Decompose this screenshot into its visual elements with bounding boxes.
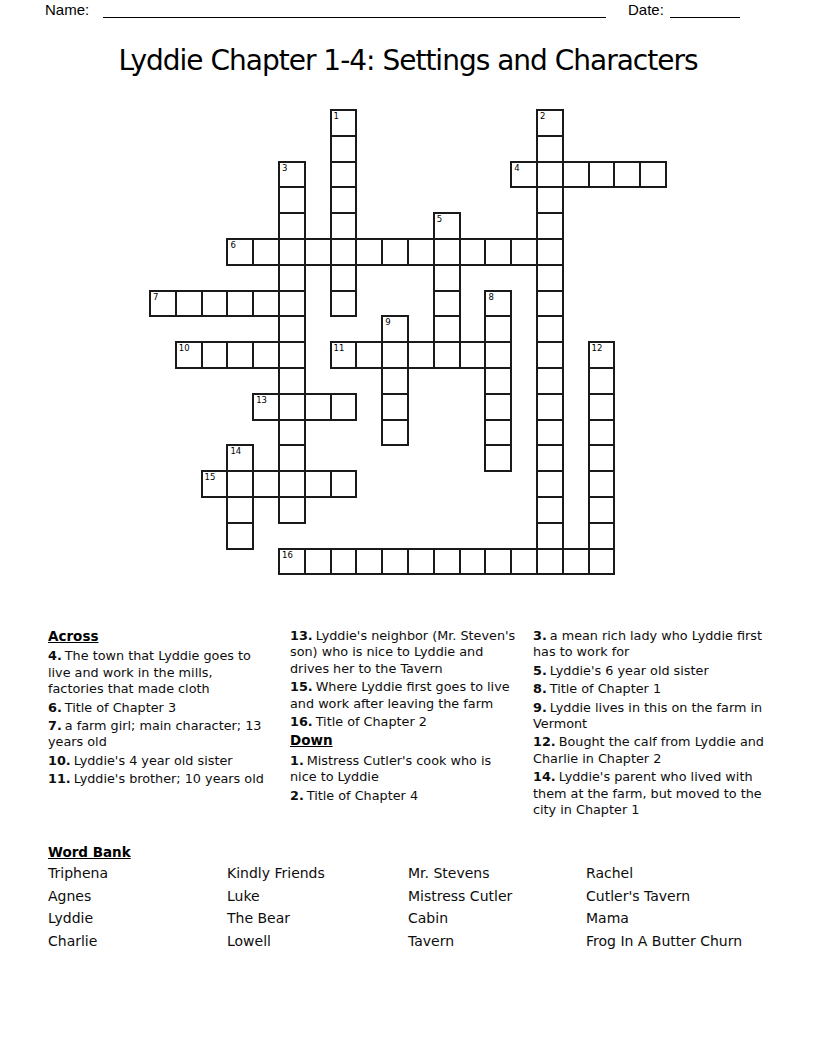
- cell-number-12: 12: [592, 343, 603, 353]
- grid-cell-r5c11[interactable]: [433, 238, 461, 266]
- grid-cell-r5c13[interactable]: [484, 238, 512, 266]
- word-bank-item: Lowell: [227, 930, 408, 953]
- grid-cell-r5c7[interactable]: [330, 238, 358, 266]
- grid-cell-r10c13[interactable]: [484, 367, 512, 395]
- puzzle-title: Lyddie Chapter 1-4: Settings and Charact…: [0, 44, 816, 77]
- name-label: Name:: [45, 1, 89, 18]
- word-bank-item: Tavern: [408, 930, 586, 953]
- word-bank-item: Mistress Cutler: [408, 885, 586, 908]
- grid-cell-r8c13[interactable]: [484, 315, 512, 343]
- grid-cell-r7c13[interactable]: 8: [484, 290, 512, 318]
- grid-cell-r15c5[interactable]: [278, 496, 306, 524]
- clue-number: 8.: [533, 681, 547, 696]
- grid-cell-r9c12[interactable]: [459, 341, 487, 369]
- grid-cell-r17c8[interactable]: [355, 548, 383, 576]
- grid-cell-r17c7[interactable]: [330, 548, 358, 576]
- grid-cell-r17c15[interactable]: [536, 548, 564, 576]
- word-bank-item: Cutler's Tavern: [586, 885, 770, 908]
- clues-column-1: Across 4.The town that Lyddie goes to li…: [48, 628, 264, 790]
- grid-cell-r9c3[interactable]: [226, 341, 254, 369]
- clue-across-7: 7.a farm girl; main character; 13 years …: [48, 718, 264, 751]
- clue-down-8: 8.Title of Chapter 1: [533, 681, 770, 697]
- grid-cell-r7c7[interactable]: [330, 290, 358, 318]
- clue-down-1: 1.Mistress Cutler's cook who is nice to …: [290, 753, 516, 786]
- cell-number-14: 14: [230, 446, 241, 456]
- grid-cell-r17c11[interactable]: [433, 548, 461, 576]
- clue-text: Title of Chapter 2: [316, 714, 427, 729]
- clue-text: Lyddie's parent who lived with them at t…: [533, 769, 762, 817]
- grid-cell-r2c14[interactable]: 4: [510, 161, 538, 189]
- crossword-grid: 12345678910111213141516: [149, 109, 670, 578]
- grid-cell-r3c15[interactable]: [536, 186, 564, 214]
- grid-cell-r2c17[interactable]: [588, 161, 616, 189]
- clue-text: Title of Chapter 3: [65, 700, 176, 715]
- clue-across-13: 13.Lyddie's neighbor (Mr. Steven's son) …: [290, 628, 516, 677]
- word-bank-item: Charlie: [48, 930, 227, 953]
- clue-down-3: 3.a mean rich lady who Lyddie first has …: [533, 628, 770, 661]
- grid-cell-r1c7[interactable]: [330, 135, 358, 163]
- clue-text: Lyddie's 4 year old sister: [74, 753, 233, 768]
- grid-cell-r4c11[interactable]: 5: [433, 212, 461, 240]
- grid-cell-r5c6[interactable]: [304, 238, 332, 266]
- clue-across-16: 16.Title of Chapter 2: [290, 714, 516, 730]
- grid-cell-r2c19[interactable]: [639, 161, 667, 189]
- grid-cell-r6c11[interactable]: [433, 264, 461, 292]
- grid-cell-r12c15[interactable]: [536, 419, 564, 447]
- across-heading: Across: [48, 628, 264, 644]
- clue-across-15: 15.Where Lyddie first goes to live and w…: [290, 679, 516, 712]
- date-label: Date:: [628, 1, 664, 18]
- grid-cell-r2c5[interactable]: 3: [278, 161, 306, 189]
- grid-cell-r12c13[interactable]: [484, 419, 512, 447]
- grid-cell-r16c17[interactable]: [588, 522, 616, 550]
- grid-cell-r11c7[interactable]: [330, 393, 358, 421]
- clue-text: Lyddie's neighbor (Mr. Steven's son) who…: [290, 628, 515, 676]
- clue-down-14: 14.Lyddie's parent who lived with them a…: [533, 769, 770, 818]
- grid-cell-r6c7[interactable]: [330, 264, 358, 292]
- word-bank-item: Cabin: [408, 907, 586, 930]
- clue-across-4: 4.The town that Lyddie goes to live and …: [48, 648, 264, 697]
- grid-cell-r14c3[interactable]: [226, 470, 254, 498]
- grid-cell-r14c7[interactable]: [330, 470, 358, 498]
- grid-cell-r8c11[interactable]: [433, 315, 461, 343]
- grid-cell-r4c5[interactable]: [278, 212, 306, 240]
- clue-text: Bought the calf from Lyddie and Charlie …: [533, 734, 764, 765]
- grid-cell-r5c10[interactable]: [407, 238, 435, 266]
- grid-cell-r9c11[interactable]: [433, 341, 461, 369]
- grid-cell-r10c5[interactable]: [278, 367, 306, 395]
- grid-cell-r11c13[interactable]: [484, 393, 512, 421]
- grid-cell-r7c3[interactable]: [226, 290, 254, 318]
- clue-down-12: 12.Bought the calf from Lyddie and Charl…: [533, 734, 770, 767]
- word-bank-item: The Bear: [227, 907, 408, 930]
- cell-number-4: 4: [514, 163, 519, 173]
- grid-cell-r5c4[interactable]: [252, 238, 280, 266]
- clue-number: 16.: [290, 714, 313, 729]
- clues-column-2: 13.Lyddie's neighbor (Mr. Steven's son) …: [290, 628, 516, 806]
- clue-text: Lyddie's brother; 10 years old: [74, 771, 264, 786]
- grid-cell-r17c14[interactable]: [510, 548, 538, 576]
- grid-cell-r17c13[interactable]: [484, 548, 512, 576]
- grid-cell-r12c17[interactable]: [588, 419, 616, 447]
- grid-cell-r14c15[interactable]: [536, 470, 564, 498]
- grid-cell-r9c8[interactable]: [355, 341, 383, 369]
- grid-cell-r8c15[interactable]: [536, 315, 564, 343]
- grid-cell-r9c17[interactable]: 12: [588, 341, 616, 369]
- grid-cell-r2c7[interactable]: [330, 161, 358, 189]
- clue-number: 1.: [290, 753, 304, 768]
- grid-cell-r9c1[interactable]: 10: [175, 341, 203, 369]
- cell-number-8: 8: [488, 292, 493, 302]
- grid-cell-r12c9[interactable]: [381, 419, 409, 447]
- grid-cell-r6c15[interactable]: [536, 264, 564, 292]
- grid-cell-r17c10[interactable]: [407, 548, 435, 576]
- clue-number: 7.: [48, 718, 62, 733]
- grid-cell-r6c5[interactable]: [278, 264, 306, 292]
- clue-text: a farm girl; main character; 13 years ol…: [48, 718, 261, 749]
- grid-cell-r17c17[interactable]: [588, 548, 616, 576]
- word-bank-item: Agnes: [48, 885, 227, 908]
- word-bank-item: Frog In A Butter Churn: [586, 930, 770, 953]
- grid-cell-r14c17[interactable]: [588, 470, 616, 498]
- grid-cell-r13c3[interactable]: 14: [226, 444, 254, 472]
- grid-cell-r0c15[interactable]: 2: [536, 109, 564, 137]
- grid-cell-r11c17[interactable]: [588, 393, 616, 421]
- name-blank-line[interactable]: [103, 1, 606, 18]
- clues-column-3: 3.a mean rich lady who Lyddie first has …: [533, 628, 770, 820]
- clue-number: 10.: [48, 753, 71, 768]
- grid-cell-r10c17[interactable]: [588, 367, 616, 395]
- cell-number-15: 15: [205, 472, 216, 482]
- clue-number: 2.: [290, 788, 304, 803]
- clue-across-10: 10.Lyddie's 4 year old sister: [48, 753, 264, 769]
- grid-cell-r9c5[interactable]: [278, 341, 306, 369]
- cell-number-9: 9: [385, 317, 390, 327]
- clue-number: 4.: [48, 648, 62, 663]
- grid-cell-r9c13[interactable]: [484, 341, 512, 369]
- grid-cell-r7c15[interactable]: [536, 290, 564, 318]
- grid-cell-r4c7[interactable]: [330, 212, 358, 240]
- cell-number-11: 11: [334, 343, 345, 353]
- clue-text: The town that Lyddie goes to live and wo…: [48, 648, 251, 696]
- down-heading: Down: [290, 732, 516, 748]
- grid-cell-r7c5[interactable]: [278, 290, 306, 318]
- grid-cell-r2c16[interactable]: [562, 161, 590, 189]
- grid-cell-r17c5[interactable]: 16: [278, 548, 306, 576]
- word-bank-item: Triphena: [48, 862, 227, 885]
- grid-cell-r5c15[interactable]: [536, 238, 564, 266]
- grid-cell-r7c11[interactable]: [433, 290, 461, 318]
- word-bank-item: Rachel: [586, 862, 770, 885]
- clue-number: 6.: [48, 700, 62, 715]
- clue-across-11: 11.Lyddie's brother; 10 years old: [48, 771, 264, 787]
- clue-number: 12.: [533, 734, 556, 749]
- clue-down-9: 9.Lyddie lives in this on the farm in Ve…: [533, 700, 770, 733]
- grid-cell-r7c0[interactable]: 7: [149, 290, 177, 318]
- grid-cell-r14c2[interactable]: 15: [201, 470, 229, 498]
- clue-number: 15.: [290, 679, 313, 694]
- clue-number: 3.: [533, 628, 547, 643]
- cell-number-3: 3: [282, 163, 287, 173]
- grid-cell-r10c9[interactable]: [381, 367, 409, 395]
- clue-text: Lyddie lives in this on the farm in Verm…: [533, 700, 762, 731]
- grid-cell-r17c6[interactable]: [304, 548, 332, 576]
- grid-cell-r14c4[interactable]: [252, 470, 280, 498]
- grid-cell-r13c13[interactable]: [484, 444, 512, 472]
- grid-cell-r11c6[interactable]: [304, 393, 332, 421]
- grid-cell-r7c2[interactable]: [201, 290, 229, 318]
- grid-cell-r11c4[interactable]: 13: [252, 393, 280, 421]
- grid-cell-r16c15[interactable]: [536, 522, 564, 550]
- grid-cell-r15c3[interactable]: [226, 496, 254, 524]
- cell-number-1: 1: [334, 111, 339, 121]
- clue-text: Lyddie's 6 year old sister: [550, 663, 709, 678]
- cell-number-7: 7: [153, 292, 158, 302]
- word-bank-item: Mama: [586, 907, 770, 930]
- grid-cell-r5c14[interactable]: [510, 238, 538, 266]
- worksheet-page: Name: Date: Lyddie Chapter 1-4: Settings…: [0, 0, 816, 1056]
- clue-down-2: 2.Title of Chapter 4: [290, 788, 516, 804]
- grid-cell-r16c3[interactable]: [226, 522, 254, 550]
- grid-cell-r8c5[interactable]: [278, 315, 306, 343]
- grid-cell-r7c4[interactable]: [252, 290, 280, 318]
- grid-cell-r7c1[interactable]: [175, 290, 203, 318]
- clue-down-5: 5.Lyddie's 6 year old sister: [533, 663, 770, 679]
- word-bank-heading: Word Bank: [48, 844, 131, 860]
- grid-cell-r9c4[interactable]: [252, 341, 280, 369]
- clue-text: Title of Chapter 4: [307, 788, 418, 803]
- grid-cell-r11c15[interactable]: [536, 393, 564, 421]
- word-bank-item: Kindly Friends: [227, 862, 408, 885]
- grid-cell-r17c9[interactable]: [381, 548, 409, 576]
- grid-cell-r15c17[interactable]: [588, 496, 616, 524]
- word-bank-item: Lyddie: [48, 907, 227, 930]
- grid-cell-r3c5[interactable]: [278, 186, 306, 214]
- grid-cell-r5c3[interactable]: 6: [226, 238, 254, 266]
- word-bank: Triphena Kindly Friends Mr. Stevens Rach…: [48, 862, 770, 952]
- grid-cell-r11c5[interactable]: [278, 393, 306, 421]
- clue-number: 13.: [290, 628, 313, 643]
- clue-text: Title of Chapter 1: [550, 681, 661, 696]
- grid-cell-r8c9[interactable]: 9: [381, 315, 409, 343]
- grid-cell-r13c15[interactable]: [536, 444, 564, 472]
- grid-cell-r5c12[interactable]: [459, 238, 487, 266]
- grid-cell-r1c15[interactable]: [536, 135, 564, 163]
- grid-cell-r17c16[interactable]: [562, 548, 590, 576]
- clue-text: a mean rich lady who Lyddie first has to…: [533, 628, 762, 659]
- grid-cell-r9c2[interactable]: [201, 341, 229, 369]
- word-bank-item: Luke: [227, 885, 408, 908]
- grid-cell-r10c15[interactable]: [536, 367, 564, 395]
- grid-cell-r9c9[interactable]: [381, 341, 409, 369]
- clue-text: Mistress Cutler's cook who is nice to Ly…: [290, 753, 491, 784]
- grid-cell-r14c6[interactable]: [304, 470, 332, 498]
- clue-number: 5.: [533, 663, 547, 678]
- grid-cell-r11c9[interactable]: [381, 393, 409, 421]
- cell-number-5: 5: [437, 214, 442, 224]
- grid-cell-r0c7[interactable]: 1: [330, 109, 358, 137]
- grid-cell-r3c7[interactable]: [330, 186, 358, 214]
- cell-number-10: 10: [179, 343, 190, 353]
- grid-cell-r13c5[interactable]: [278, 444, 306, 472]
- grid-cell-r9c10[interactable]: [407, 341, 435, 369]
- cell-number-13: 13: [256, 395, 267, 405]
- grid-cell-r5c8[interactable]: [355, 238, 383, 266]
- cell-number-6: 6: [230, 240, 235, 250]
- grid-cell-r14c5[interactable]: [278, 470, 306, 498]
- clue-number: 9.: [533, 700, 547, 715]
- grid-cell-r9c7[interactable]: 11: [330, 341, 358, 369]
- grid-cell-r5c5[interactable]: [278, 238, 306, 266]
- clue-across-6: 6.Title of Chapter 3: [48, 700, 264, 716]
- cell-number-16: 16: [282, 550, 293, 560]
- grid-cell-r2c18[interactable]: [613, 161, 641, 189]
- grid-cell-r17c12[interactable]: [459, 548, 487, 576]
- grid-cell-r5c9[interactable]: [381, 238, 409, 266]
- date-blank-line[interactable]: [670, 1, 740, 18]
- cell-number-2: 2: [540, 111, 545, 121]
- word-bank-item: Mr. Stevens: [408, 862, 586, 885]
- clue-text: Where Lyddie first goes to live and work…: [290, 679, 510, 710]
- grid-cell-r12c5[interactable]: [278, 419, 306, 447]
- clue-number: 14.: [533, 769, 556, 784]
- grid-cell-r13c17[interactable]: [588, 444, 616, 472]
- grid-cell-r15c15[interactable]: [536, 496, 564, 524]
- grid-cell-r9c15[interactable]: [536, 341, 564, 369]
- clue-number: 11.: [48, 771, 71, 786]
- grid-cell-r4c15[interactable]: [536, 212, 564, 240]
- grid-cell-r2c15[interactable]: [536, 161, 564, 189]
